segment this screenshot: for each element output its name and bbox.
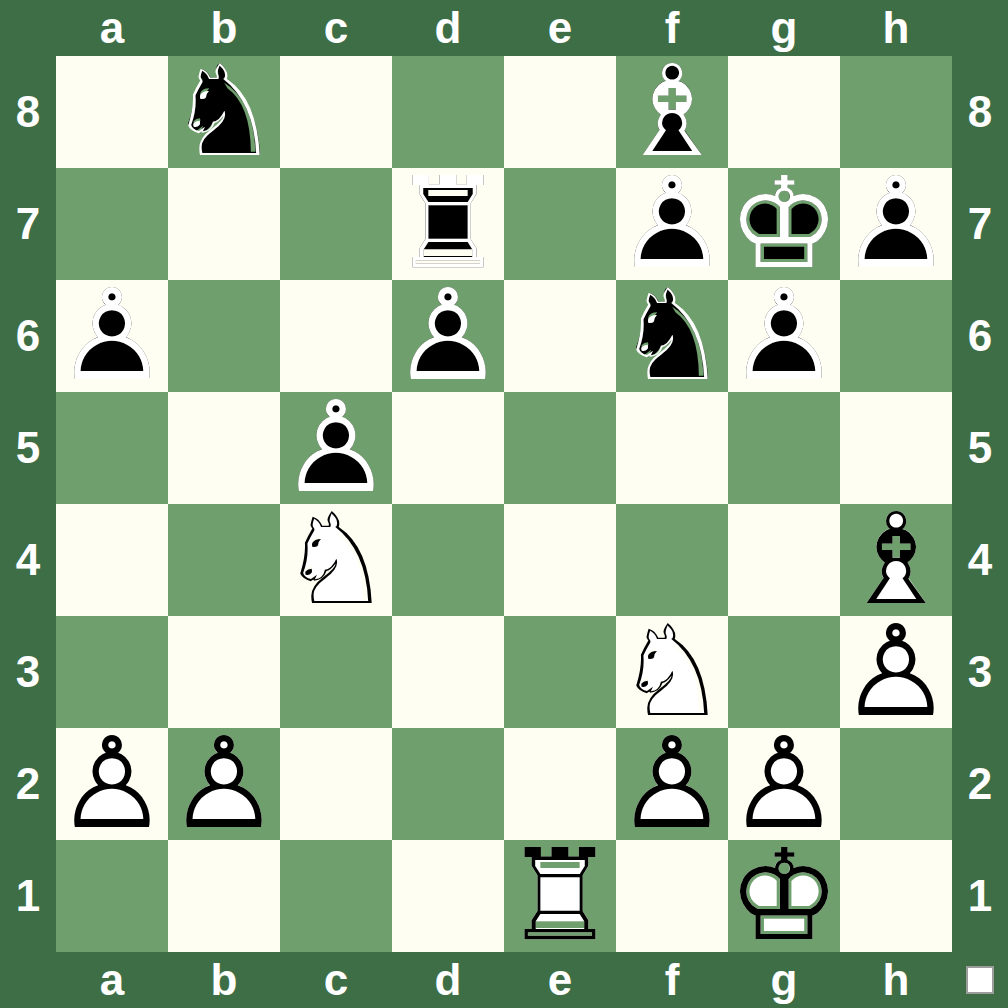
square-b1[interactable] xyxy=(168,840,280,952)
piece-fill: ♞ xyxy=(168,56,280,168)
square-c2[interactable] xyxy=(280,728,392,840)
piece-black-king: ♚♔ xyxy=(728,168,840,280)
square-a3[interactable] xyxy=(56,616,168,728)
square-d3[interactable] xyxy=(392,616,504,728)
square-d6[interactable]: ♟♙ xyxy=(392,280,504,392)
piece-fill: ♟ xyxy=(840,168,952,280)
rank-label-right-6: 6 xyxy=(952,280,1008,392)
piece-fill: ♝ xyxy=(840,504,952,616)
file-label-top-e: e xyxy=(504,0,616,56)
rank-label-left-4: 4 xyxy=(0,504,56,616)
square-d7[interactable]: ♜♖ xyxy=(392,168,504,280)
square-h1[interactable] xyxy=(840,840,952,952)
square-g1[interactable]: ♚♔ xyxy=(728,840,840,952)
piece-white-pawn: ♟♙ xyxy=(840,616,952,728)
piece-fill: ♟ xyxy=(168,728,280,840)
piece-detail: ♙ xyxy=(616,728,728,840)
piece-fill: ♟ xyxy=(56,280,168,392)
square-e8[interactable] xyxy=(504,56,616,168)
file-label-bottom-e: e xyxy=(504,952,616,1008)
piece-detail: ♙ xyxy=(168,728,280,840)
piece-fill: ♟ xyxy=(616,168,728,280)
square-b8[interactable]: ♞♘ xyxy=(168,56,280,168)
rank-label-left-6: 6 xyxy=(0,280,56,392)
square-f8[interactable]: ♝♗ xyxy=(616,56,728,168)
file-label-bottom-a: a xyxy=(56,952,168,1008)
piece-fill: ♞ xyxy=(280,504,392,616)
piece-detail: ♘ xyxy=(280,504,392,616)
square-c7[interactable] xyxy=(280,168,392,280)
piece-detail: ♙ xyxy=(728,728,840,840)
rank-label-left-3: 3 xyxy=(0,616,56,728)
file-label-bottom-g: g xyxy=(728,952,840,1008)
square-b5[interactable] xyxy=(168,392,280,504)
square-d4[interactable] xyxy=(392,504,504,616)
piece-detail: ♙ xyxy=(840,168,952,280)
square-c8[interactable] xyxy=(280,56,392,168)
corner-marker xyxy=(966,966,994,994)
rank-label-right-7: 7 xyxy=(952,168,1008,280)
rank-label-left-2: 2 xyxy=(0,728,56,840)
square-h8[interactable] xyxy=(840,56,952,168)
square-a8[interactable] xyxy=(56,56,168,168)
file-label-top-c: c xyxy=(280,0,392,56)
square-f7[interactable]: ♟♙ xyxy=(616,168,728,280)
square-g8[interactable] xyxy=(728,56,840,168)
square-f3[interactable]: ♞♘ xyxy=(616,616,728,728)
square-e6[interactable] xyxy=(504,280,616,392)
rank-label-right-3: 3 xyxy=(952,616,1008,728)
piece-fill: ♟ xyxy=(840,616,952,728)
piece-detail: ♙ xyxy=(616,168,728,280)
rank-label-right-1: 1 xyxy=(952,840,1008,952)
piece-detail: ♖ xyxy=(504,840,616,952)
chess-board: abcdefgh8♞♘♝♗87♜♖♟♙♚♔♟♙76♟♙♟♙♞♘♟♙65♟♙54♞… xyxy=(0,0,1008,1008)
board-corner-bottom-left xyxy=(0,952,56,1008)
square-b4[interactable] xyxy=(168,504,280,616)
square-f4[interactable] xyxy=(616,504,728,616)
piece-white-pawn: ♟♙ xyxy=(728,728,840,840)
square-c5[interactable]: ♟♙ xyxy=(280,392,392,504)
square-a4[interactable] xyxy=(56,504,168,616)
piece-detail: ♖ xyxy=(392,168,504,280)
square-h2[interactable] xyxy=(840,728,952,840)
square-h6[interactable] xyxy=(840,280,952,392)
piece-detail: ♔ xyxy=(728,840,840,952)
square-g7[interactable]: ♚♔ xyxy=(728,168,840,280)
piece-black-pawn: ♟♙ xyxy=(392,280,504,392)
square-f2[interactable]: ♟♙ xyxy=(616,728,728,840)
piece-fill: ♟ xyxy=(280,392,392,504)
piece-detail: ♙ xyxy=(840,616,952,728)
piece-white-knight: ♞♘ xyxy=(616,616,728,728)
square-f1[interactable] xyxy=(616,840,728,952)
square-a7[interactable] xyxy=(56,168,168,280)
piece-fill: ♜ xyxy=(504,840,616,952)
piece-fill: ♟ xyxy=(56,728,168,840)
square-e7[interactable] xyxy=(504,168,616,280)
square-a2[interactable]: ♟♙ xyxy=(56,728,168,840)
file-label-top-g: g xyxy=(728,0,840,56)
square-c4[interactable]: ♞♘ xyxy=(280,504,392,616)
square-d1[interactable] xyxy=(392,840,504,952)
rank-label-right-8: 8 xyxy=(952,56,1008,168)
piece-detail: ♘ xyxy=(168,56,280,168)
file-label-top-f: f xyxy=(616,0,728,56)
board-corner-bottom-right xyxy=(952,952,1008,1008)
square-e5[interactable] xyxy=(504,392,616,504)
file-label-top-a: a xyxy=(56,0,168,56)
piece-fill: ♟ xyxy=(616,728,728,840)
square-e2[interactable] xyxy=(504,728,616,840)
rank-label-left-8: 8 xyxy=(0,56,56,168)
piece-black-knight: ♞♘ xyxy=(168,56,280,168)
file-label-top-h: h xyxy=(840,0,952,56)
square-a1[interactable] xyxy=(56,840,168,952)
piece-white-knight: ♞♘ xyxy=(280,504,392,616)
piece-detail: ♙ xyxy=(56,280,168,392)
file-label-bottom-c: c xyxy=(280,952,392,1008)
square-g5[interactable] xyxy=(728,392,840,504)
square-h5[interactable] xyxy=(840,392,952,504)
piece-black-pawn: ♟♙ xyxy=(840,168,952,280)
square-a6[interactable]: ♟♙ xyxy=(56,280,168,392)
piece-white-pawn: ♟♙ xyxy=(168,728,280,840)
piece-black-bishop: ♝♗ xyxy=(616,56,728,168)
piece-detail: ♘ xyxy=(616,280,728,392)
piece-fill: ♚ xyxy=(728,840,840,952)
piece-detail: ♔ xyxy=(728,168,840,280)
piece-fill: ♜ xyxy=(392,168,504,280)
square-d5[interactable] xyxy=(392,392,504,504)
piece-detail: ♙ xyxy=(56,728,168,840)
square-b2[interactable]: ♟♙ xyxy=(168,728,280,840)
square-d8[interactable] xyxy=(392,56,504,168)
piece-white-king: ♚♔ xyxy=(728,840,840,952)
square-e3[interactable] xyxy=(504,616,616,728)
piece-fill: ♝ xyxy=(616,56,728,168)
piece-fill: ♚ xyxy=(728,168,840,280)
piece-white-pawn: ♟♙ xyxy=(56,728,168,840)
file-label-top-d: d xyxy=(392,0,504,56)
square-c3[interactable] xyxy=(280,616,392,728)
square-b7[interactable] xyxy=(168,168,280,280)
rank-label-right-4: 4 xyxy=(952,504,1008,616)
square-b3[interactable] xyxy=(168,616,280,728)
rank-label-left-7: 7 xyxy=(0,168,56,280)
square-g4[interactable] xyxy=(728,504,840,616)
piece-black-knight: ♞♘ xyxy=(616,280,728,392)
square-h3[interactable]: ♟♙ xyxy=(840,616,952,728)
file-label-bottom-f: f xyxy=(616,952,728,1008)
piece-white-bishop: ♝♗ xyxy=(840,504,952,616)
square-e4[interactable] xyxy=(504,504,616,616)
piece-black-pawn: ♟♙ xyxy=(728,280,840,392)
square-g6[interactable]: ♟♙ xyxy=(728,280,840,392)
piece-white-rook: ♜♖ xyxy=(504,840,616,952)
square-e1[interactable]: ♜♖ xyxy=(504,840,616,952)
piece-fill: ♞ xyxy=(616,616,728,728)
piece-black-pawn: ♟♙ xyxy=(56,280,168,392)
piece-fill: ♟ xyxy=(392,280,504,392)
square-h4[interactable]: ♝♗ xyxy=(840,504,952,616)
piece-detail: ♙ xyxy=(280,392,392,504)
file-label-bottom-b: b xyxy=(168,952,280,1008)
rank-label-left-5: 5 xyxy=(0,392,56,504)
square-h7[interactable]: ♟♙ xyxy=(840,168,952,280)
piece-black-rook: ♜♖ xyxy=(392,168,504,280)
piece-white-pawn: ♟♙ xyxy=(616,728,728,840)
board-corner-top-left xyxy=(0,0,56,56)
board-corner-top-right xyxy=(952,0,1008,56)
piece-fill: ♟ xyxy=(728,280,840,392)
piece-black-pawn: ♟♙ xyxy=(280,392,392,504)
square-g2[interactable]: ♟♙ xyxy=(728,728,840,840)
square-f5[interactable] xyxy=(616,392,728,504)
file-label-top-b: b xyxy=(168,0,280,56)
rank-label-left-1: 1 xyxy=(0,840,56,952)
piece-detail: ♗ xyxy=(840,504,952,616)
square-b6[interactable] xyxy=(168,280,280,392)
piece-detail: ♙ xyxy=(728,280,840,392)
square-f6[interactable]: ♞♘ xyxy=(616,280,728,392)
piece-detail: ♙ xyxy=(392,280,504,392)
square-g3[interactable] xyxy=(728,616,840,728)
rank-label-right-2: 2 xyxy=(952,728,1008,840)
piece-black-pawn: ♟♙ xyxy=(616,168,728,280)
piece-fill: ♟ xyxy=(728,728,840,840)
square-d2[interactable] xyxy=(392,728,504,840)
square-c1[interactable] xyxy=(280,840,392,952)
file-label-bottom-h: h xyxy=(840,952,952,1008)
file-label-bottom-d: d xyxy=(392,952,504,1008)
piece-detail: ♗ xyxy=(616,56,728,168)
piece-detail: ♘ xyxy=(616,616,728,728)
piece-fill: ♞ xyxy=(616,280,728,392)
square-c6[interactable] xyxy=(280,280,392,392)
square-a5[interactable] xyxy=(56,392,168,504)
rank-label-right-5: 5 xyxy=(952,392,1008,504)
